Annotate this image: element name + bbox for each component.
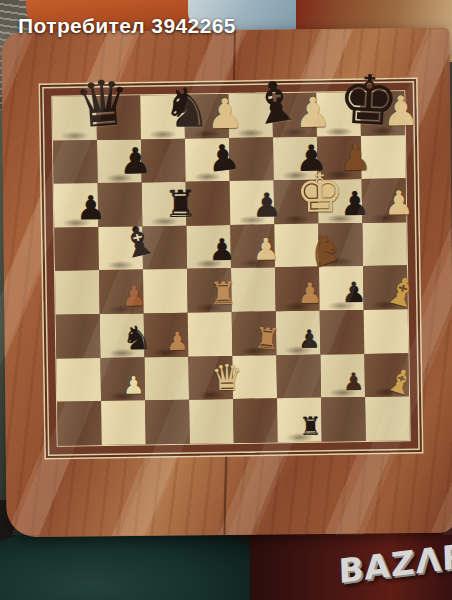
queen-glyph: ♛ xyxy=(210,361,211,397)
pieces-layer: ♛♞♟♝♟♚♟♟♟♟♟♟♜♟♚♟♟♝♟♟♞♟♜♟♟♝♞♟♜♟♟♛♟♝♜ xyxy=(52,91,409,445)
pawn-glyph: ♟ xyxy=(119,144,120,180)
pawn-glyph: ♟ xyxy=(252,188,253,221)
user-watermark: Потребител 3942265 xyxy=(18,14,236,38)
pawn-glyph: ♟ xyxy=(294,93,295,134)
bishop-glyph: ♝ xyxy=(246,79,255,134)
pawn-glyph: ♟ xyxy=(382,91,383,132)
photo-canvas: ♛♞♟♝♟♚♟♟♟♟♟♟♜♟♚♟♟♝♟♟♞♟♜♟♟♝♞♟♜♟♟♛♟♝♜ Потр… xyxy=(0,0,452,600)
knight-glyph: ♞ xyxy=(162,82,163,136)
knight-glyph: ♞ xyxy=(333,225,347,262)
king-glyph: ♚ xyxy=(295,167,296,221)
rook-glyph: ♜ xyxy=(164,186,165,223)
pawn-glyph: ♟ xyxy=(76,191,77,224)
pawn-glyph: ♟ xyxy=(340,187,341,220)
rook-glyph: ♜ xyxy=(253,323,256,352)
bishop-glyph: ♝ xyxy=(382,362,391,393)
bishop-glyph: ♝ xyxy=(380,269,390,306)
pawn-glyph: ♟ xyxy=(384,186,385,219)
queen-glyph: ♛ xyxy=(72,74,76,137)
knight-glyph: ♞ xyxy=(122,321,123,354)
chess-board: ♛♞♟♝♟♚♟♟♟♟♟♟♜♟♚♟♟♝♟♟♞♟♜♟♟♝♞♟♜♟♟♛♟♝♜ xyxy=(40,79,422,458)
pawn-glyph: ♟ xyxy=(206,94,207,135)
